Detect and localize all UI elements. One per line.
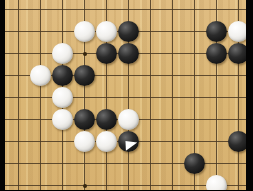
black-stone xyxy=(74,109,95,130)
white-stone xyxy=(74,21,95,42)
letterbox-right xyxy=(246,0,253,190)
grid-hline xyxy=(5,9,247,10)
grid-vline xyxy=(18,0,19,190)
white-stone xyxy=(52,43,73,64)
black-stone xyxy=(118,131,139,152)
black-stone xyxy=(52,65,73,86)
white-stone xyxy=(96,21,117,42)
black-stone xyxy=(206,43,227,64)
grid-hline xyxy=(5,97,247,98)
white-stone xyxy=(52,87,73,108)
white-stone xyxy=(118,109,139,130)
white-stone xyxy=(52,109,73,130)
black-stone xyxy=(118,43,139,64)
black-stone xyxy=(96,43,117,64)
grid-vline xyxy=(40,0,41,190)
grid-vline xyxy=(150,0,151,190)
letterbox-left xyxy=(0,0,5,190)
black-stone xyxy=(184,153,205,174)
black-stone xyxy=(118,21,139,42)
grid-vline xyxy=(172,0,173,190)
black-stone xyxy=(96,109,117,130)
black-stone xyxy=(206,21,227,42)
white-stone xyxy=(30,65,51,86)
white-stone xyxy=(74,131,95,152)
star-point xyxy=(83,52,87,56)
last-move-triangle-marker xyxy=(118,131,139,152)
white-stone xyxy=(206,175,227,191)
black-stone xyxy=(74,65,95,86)
star-point xyxy=(83,184,87,188)
white-stone xyxy=(96,131,117,152)
grid-hline xyxy=(5,163,247,164)
go-board[interactable] xyxy=(0,0,253,190)
